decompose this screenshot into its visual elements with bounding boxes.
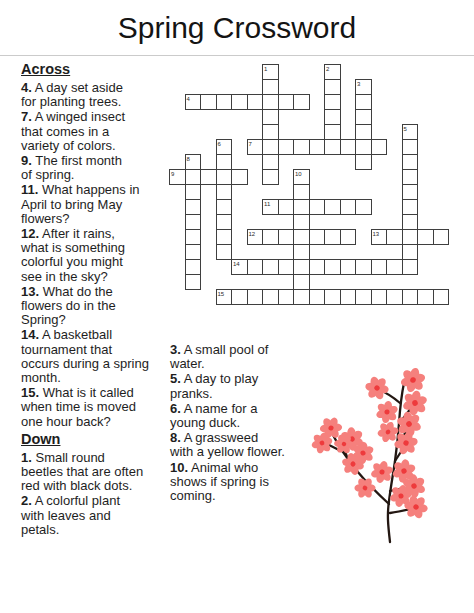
grid-cell-r5c6[interactable] <box>262 139 279 155</box>
grid-cell-r15c12[interactable] <box>355 289 372 305</box>
clue-number: 12. <box>21 226 39 241</box>
grid-cell-r15c5[interactable] <box>247 289 264 305</box>
grid-cell-r11c9[interactable] <box>309 229 326 245</box>
grid-cell-r11c6[interactable] <box>262 229 279 245</box>
clue-text: What happens in April to bring May flowe… <box>21 182 140 225</box>
clues-left-column: Across 4. A day set aside for planting t… <box>21 62 183 538</box>
clue-1: 1. Small round beetles that are often re… <box>21 451 183 494</box>
clue-number: 5. <box>170 371 181 386</box>
grid-cell-r10c8[interactable] <box>293 214 310 230</box>
clue-number: 9. <box>21 153 32 168</box>
grid-cell-r13c6[interactable] <box>262 259 279 275</box>
cell-number-8: 8 <box>187 156 190 162</box>
grid-cell-r9c9[interactable] <box>309 199 326 215</box>
grid-cell-r12c1[interactable] <box>185 244 202 260</box>
cell-number-1: 1 <box>264 66 267 72</box>
grid-cell-r11c16[interactable] <box>417 229 434 245</box>
grid-cell-r15c15[interactable] <box>402 289 419 305</box>
grid-cell-r5c8[interactable] <box>293 139 310 155</box>
grid-cell-r9c8[interactable] <box>293 199 310 215</box>
blossom-flower <box>374 399 401 425</box>
clue-text: A small pool of water. <box>170 342 268 371</box>
grid-cell-r9c7[interactable] <box>278 199 295 215</box>
grid-cell-r5c15[interactable] <box>402 139 419 155</box>
cell-number-12: 12 <box>249 231 256 237</box>
clue-3: 3. A small pool of water. <box>170 343 322 371</box>
grid-cell-r5c12[interactable] <box>355 139 372 155</box>
grid-cell-r11c3[interactable] <box>216 229 233 245</box>
grid-cell-r2c10[interactable] <box>324 94 341 110</box>
cell-number-2: 2 <box>326 66 329 72</box>
cell-number-9: 9 <box>171 171 174 177</box>
grid-cell-r12c3[interactable] <box>216 244 233 260</box>
grid-cell-r6c3[interactable] <box>216 154 233 170</box>
blossom-flower <box>350 473 380 502</box>
clue-11: 11. What happens in April to bring May f… <box>21 183 183 226</box>
clues-middle-column: 3. A small pool of water.5. A day to pla… <box>170 343 322 504</box>
grid-cell-r2c5[interactable] <box>247 94 264 110</box>
grid-cell-r2c4[interactable] <box>231 94 248 110</box>
clue-10: 10. Animal who shows if spring is coming… <box>170 461 322 504</box>
grid-cell-r13c13[interactable] <box>371 259 388 275</box>
grid-cell-r2c3[interactable] <box>216 94 233 110</box>
grid-cell-r9c10[interactable] <box>324 199 341 215</box>
grid-cell-r4c6[interactable] <box>262 124 279 140</box>
cell-number-13: 13 <box>373 231 380 237</box>
grid-cell-r13c8[interactable] <box>293 259 310 275</box>
blossom-cluster <box>309 365 433 524</box>
clue-6: 6. A name for a young duck. <box>170 402 322 430</box>
grid-cell-r13c11[interactable] <box>340 259 357 275</box>
grid-cell-r14c8[interactable] <box>293 274 310 290</box>
grid-cell-r15c6[interactable] <box>262 289 279 305</box>
grid-cell-r7c15[interactable] <box>402 169 419 185</box>
grid-cell-r11c8[interactable] <box>293 229 310 245</box>
clue-text: The first month of spring. <box>21 153 122 182</box>
grid-cell-r9c1[interactable] <box>185 199 202 215</box>
grid-cell-r5c9[interactable] <box>309 139 326 155</box>
page-title: Spring Crossword <box>0 11 474 45</box>
cell-number-15: 15 <box>218 291 225 297</box>
grid-cell-r12c15[interactable] <box>402 244 419 260</box>
grid-cell-r13c1[interactable] <box>185 259 202 275</box>
grid-cell-r11c17[interactable] <box>433 229 450 245</box>
cell-number-10: 10 <box>295 171 302 177</box>
grid-cell-r2c6[interactable] <box>262 94 279 110</box>
title-divider <box>0 55 474 56</box>
grid-cell-r9c11[interactable] <box>340 199 357 215</box>
grid-cell-r6c6[interactable] <box>262 154 279 170</box>
grid-cell-r7c4[interactable] <box>231 169 248 185</box>
grid-cell-r11c7[interactable] <box>278 229 295 245</box>
clue-4: 4. A day set aside for planting trees. <box>21 81 183 109</box>
grid-cell-r13c14[interactable] <box>386 259 403 275</box>
grid-cell-r15c9[interactable] <box>309 289 326 305</box>
clue-2: 2. A colorful plant with leaves and peta… <box>21 494 183 537</box>
clue-text: A grassweed with a yellow flower. <box>170 430 285 459</box>
cell-number-14: 14 <box>233 261 240 267</box>
grid-cell-r1c6[interactable] <box>262 79 279 95</box>
clue-number: 6. <box>170 401 181 416</box>
grid-cell-r2c8[interactable] <box>293 94 310 110</box>
grid-cell-r5c10[interactable] <box>324 139 341 155</box>
crossword-grid: 123456789101112131415 <box>169 64 450 306</box>
grid-cell-r11c11[interactable] <box>340 229 357 245</box>
clue-text: A colorful plant with leaves and petals. <box>21 493 120 536</box>
grid-cell-r15c14[interactable] <box>386 289 403 305</box>
grid-cell-r2c7[interactable] <box>278 94 295 110</box>
grid-cell-r15c10[interactable] <box>324 289 341 305</box>
clue-number: 14. <box>21 327 39 342</box>
grid-cell-r5c11[interactable] <box>340 139 357 155</box>
clue-text: Small round beetles that are often red w… <box>21 450 143 493</box>
grid-cell-r15c17[interactable] <box>433 289 450 305</box>
grid-cell-r6c15[interactable] <box>402 154 419 170</box>
grid-cell-r2c12[interactable] <box>355 94 372 110</box>
cell-number-6: 6 <box>218 141 221 147</box>
grid-cell-r10c1[interactable] <box>185 214 202 230</box>
grid-cell-r15c16[interactable] <box>417 289 434 305</box>
grid-cell-r15c4[interactable] <box>231 289 248 305</box>
clue-number: 11. <box>21 182 38 197</box>
grid-cell-r6c12[interactable] <box>355 154 372 170</box>
clue-number: 10. <box>170 460 188 475</box>
clue-text: A day set aside for planting trees. <box>21 80 123 109</box>
blossom-flower <box>399 387 431 420</box>
grid-cell-r1c10[interactable] <box>324 79 341 95</box>
clue-9: 9. The first month of spring. <box>21 154 183 182</box>
clue-text: What is it called when time is moved one… <box>21 385 136 428</box>
clue-number: 3. <box>170 342 181 357</box>
clue-12: 12. After it rains, what is something co… <box>21 227 183 284</box>
grid-cell-r11c14[interactable] <box>386 229 403 245</box>
cell-number-3: 3 <box>357 81 360 87</box>
grid-cell-r7c6[interactable] <box>262 169 279 185</box>
grid-cell-r8c15[interactable] <box>402 184 419 200</box>
grid-cell-r13c15[interactable] <box>402 259 419 275</box>
clue-number: 1. <box>21 450 32 465</box>
down-heading: Down <box>21 432 183 447</box>
grid-cell-r10c3[interactable] <box>216 214 233 230</box>
cell-number-11: 11 <box>264 201 270 207</box>
grid-cell-r8c8[interactable] <box>293 184 310 200</box>
grid-cell-r4c12[interactable] <box>355 124 372 140</box>
clue-number: 7. <box>21 109 32 124</box>
clue-text: A basketball tournament that occurs duri… <box>21 327 149 385</box>
grid-cell-r13c7[interactable] <box>278 259 295 275</box>
grid-cell-r4c10[interactable] <box>324 124 341 140</box>
grid-cell-r9c12[interactable] <box>355 199 372 215</box>
grid-cell-r10c15[interactable] <box>402 214 419 230</box>
grid-cell-r15c7[interactable] <box>278 289 295 305</box>
blossom-flower <box>360 371 394 405</box>
clue-5: 5. A day to play pranks. <box>170 372 322 400</box>
clue-number: 4. <box>21 80 32 95</box>
grid-cell-r15c8[interactable] <box>293 289 310 305</box>
grid-cell-r15c11[interactable] <box>340 289 357 305</box>
grid-cell-r7c3[interactable] <box>216 169 233 185</box>
clue-number: 2. <box>21 493 32 508</box>
grid-cell-r13c10[interactable] <box>324 259 341 275</box>
clue-number: 13. <box>21 284 39 299</box>
grid-cell-r11c1[interactable] <box>185 229 202 245</box>
clue-15: 15. What is it called when time is moved… <box>21 386 183 429</box>
across-heading: Across <box>21 62 183 77</box>
grid-cell-r13c9[interactable] <box>309 259 326 275</box>
grid-cell-r3c10[interactable] <box>324 109 341 125</box>
cell-number-5: 5 <box>404 126 407 132</box>
grid-cell-r13c12[interactable] <box>355 259 372 275</box>
grid-cell-r12c8[interactable] <box>293 244 310 260</box>
clue-number: 15. <box>21 385 39 400</box>
grid-cell-r8c1[interactable] <box>185 184 202 200</box>
clue-text: A name for a young duck. <box>170 401 257 430</box>
grid-cell-r7c1[interactable] <box>185 169 202 185</box>
grid-cell-r8c3[interactable] <box>216 184 233 200</box>
grid-cell-r11c10[interactable] <box>324 229 341 245</box>
grid-cell-r11c15[interactable] <box>402 229 419 245</box>
grid-cell-r7c2[interactable] <box>200 169 217 185</box>
down-clue-list-left: 1. Small round beetles that are often re… <box>21 451 183 537</box>
grid-cell-r3c6[interactable] <box>262 109 279 125</box>
cherry-blossom-illustration <box>305 363 445 548</box>
clue-text: A day to play pranks. <box>170 371 258 400</box>
cell-number-4: 4 <box>187 96 190 102</box>
grid-cell-r9c15[interactable] <box>402 199 419 215</box>
grid-cell-r9c3[interactable] <box>216 199 233 215</box>
down-clue-list-right: 3. A small pool of water.5. A day to pla… <box>170 343 322 503</box>
grid-cell-r5c13[interactable] <box>371 139 388 155</box>
clue-number: 8. <box>170 430 181 445</box>
grid-cell-r3c12[interactable] <box>355 109 372 125</box>
clue-8: 8. A grassweed with a yellow flower. <box>170 431 322 459</box>
grid-cell-r14c1[interactable] <box>185 274 202 290</box>
clue-14: 14. A basketball tournament that occurs … <box>21 328 183 385</box>
grid-cell-r15c13[interactable] <box>371 289 388 305</box>
cell-number-7: 7 <box>249 141 252 147</box>
grid-cell-r5c7[interactable] <box>278 139 295 155</box>
across-clue-list: 4. A day set aside for planting trees.7.… <box>21 81 183 429</box>
clue-7: 7. A winged insect that comes in a varie… <box>21 110 183 153</box>
grid-cell-r2c2[interactable] <box>200 94 217 110</box>
grid-cell-r13c5[interactable] <box>247 259 264 275</box>
clue-13: 13. What do the flowers do in the Spring… <box>21 285 183 328</box>
clue-text: A winged insect that comes in a variety … <box>21 109 125 152</box>
